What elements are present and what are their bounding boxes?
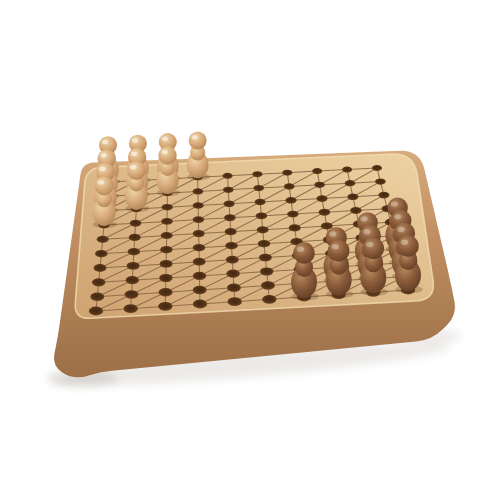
hole [282, 170, 292, 176]
hole [160, 246, 173, 254]
hole [342, 167, 352, 173]
peg-head-highlight [99, 167, 106, 172]
peg-head-highlight [131, 151, 137, 156]
hole [375, 178, 386, 184]
hole [89, 307, 103, 316]
hole [252, 171, 262, 177]
hole [378, 192, 389, 199]
hole [94, 264, 107, 272]
product-photo [0, 0, 500, 500]
peg-head-highlight [132, 138, 138, 143]
hole [253, 185, 264, 191]
hole [193, 230, 205, 237]
peg-head [363, 238, 385, 260]
peg-head-highlight [391, 201, 398, 206]
peg-head-highlight [162, 137, 168, 142]
peg-head [127, 161, 146, 180]
peg-head-highlight [130, 165, 137, 170]
hole [223, 173, 233, 179]
hole [227, 283, 241, 291]
hole [284, 183, 295, 189]
hole [257, 226, 269, 233]
hole [161, 218, 173, 225]
halma-board-figure [0, 0, 500, 500]
hole [262, 295, 276, 304]
peg-head-highlight [329, 231, 336, 236]
hole [225, 228, 237, 235]
hole [159, 274, 172, 282]
hole [161, 232, 173, 239]
hole [125, 290, 139, 298]
hole [193, 286, 207, 294]
hole [312, 168, 322, 174]
peg-head [94, 176, 113, 195]
hole [92, 278, 105, 286]
hole [193, 258, 206, 266]
hole [97, 236, 109, 243]
hole [345, 180, 356, 186]
hole [124, 304, 138, 313]
hole [158, 302, 172, 311]
peg-head-highlight [394, 214, 401, 219]
hole [126, 276, 139, 284]
hole [224, 214, 236, 221]
hole [372, 165, 382, 171]
hole [193, 272, 206, 280]
hole [193, 188, 204, 194]
hole [127, 262, 140, 270]
hole [226, 270, 239, 278]
hole [316, 195, 327, 202]
hole [128, 248, 141, 256]
peg-head-highlight [102, 140, 108, 145]
hole [260, 267, 273, 275]
hole [162, 204, 173, 211]
hole [193, 244, 206, 252]
hole [228, 297, 242, 306]
hole [319, 209, 331, 216]
hole [95, 250, 108, 258]
peg-head-highlight [366, 242, 373, 248]
hole [159, 288, 173, 296]
hole [350, 207, 362, 214]
peg-head-highlight [98, 180, 105, 185]
peg-head-highlight [192, 135, 198, 140]
hole [287, 211, 299, 218]
hole [224, 200, 235, 207]
peg-head-highlight [361, 216, 368, 221]
hole [255, 199, 266, 206]
hole [193, 202, 204, 209]
board-photo-svg [0, 0, 500, 500]
hole [193, 300, 207, 309]
hole [321, 222, 333, 229]
hole [289, 224, 301, 231]
hole [347, 193, 358, 200]
hole [90, 292, 104, 300]
hole [223, 187, 234, 193]
hole [226, 256, 239, 264]
hole [314, 182, 325, 188]
peg-head [293, 242, 315, 264]
hole [261, 281, 275, 289]
peg-head-highlight [363, 229, 370, 234]
hole [259, 254, 272, 262]
hole [130, 220, 142, 227]
hole [193, 216, 205, 223]
peg-head-highlight [397, 227, 404, 232]
peg-head-highlight [161, 150, 167, 155]
hole [258, 240, 271, 248]
hole [256, 212, 268, 219]
peg-head [397, 235, 419, 257]
peg-head-highlight [331, 244, 338, 250]
hole [285, 197, 296, 204]
peg-head [158, 146, 176, 164]
peg-head [328, 240, 350, 262]
peg-head-highlight [297, 246, 304, 252]
peg-head-highlight [100, 153, 106, 158]
peg-head-highlight [401, 239, 408, 245]
hole [160, 260, 173, 268]
hole [225, 242, 238, 250]
hole [129, 234, 141, 241]
peg-head [189, 132, 207, 150]
